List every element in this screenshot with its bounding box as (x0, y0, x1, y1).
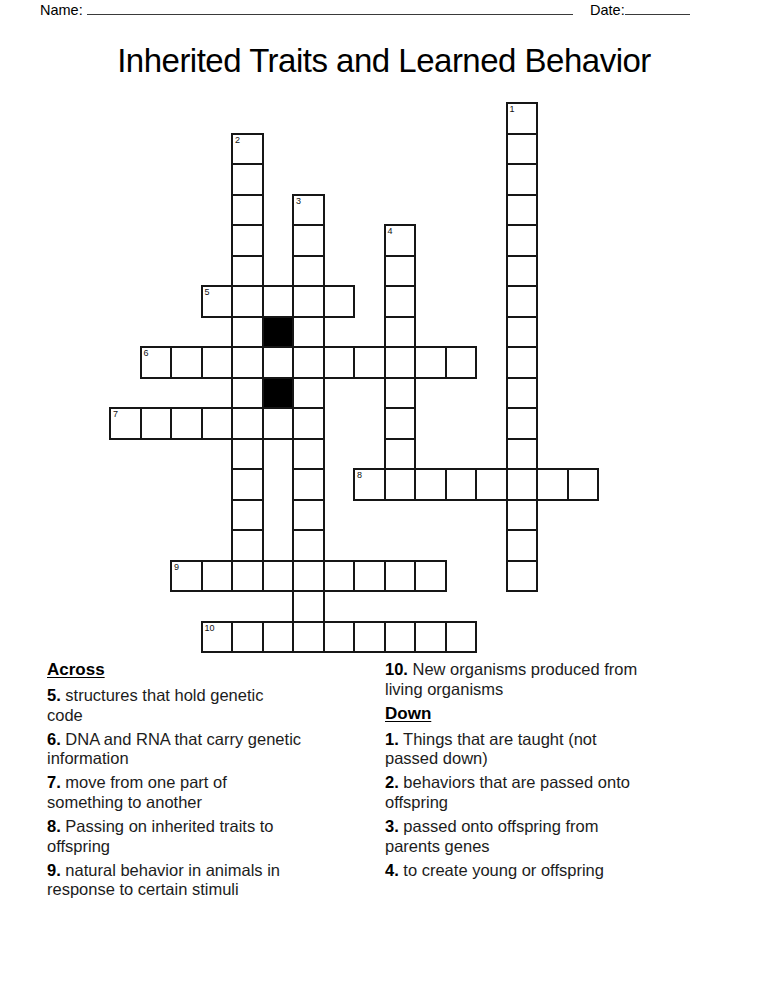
cell-number: 4 (388, 226, 393, 236)
clue-across-10: 10. New organisms produced from living o… (385, 660, 703, 699)
grid-cell[interactable] (262, 560, 295, 593)
grid-cell[interactable] (506, 224, 539, 257)
grid-cell[interactable] (475, 468, 508, 501)
grid-cell[interactable] (384, 438, 417, 471)
down-clues-column: 10. New organisms produced from living o… (385, 660, 703, 885)
clue-number: 4. (385, 861, 399, 879)
grid-cell[interactable] (506, 255, 539, 288)
grid-cell[interactable] (506, 163, 539, 196)
grid-cell[interactable] (506, 316, 539, 349)
grid-cell[interactable] (384, 255, 417, 288)
cell-number: 9 (174, 562, 179, 572)
grid-cell[interactable] (445, 468, 478, 501)
grid-cell[interactable] (506, 468, 539, 501)
grid-cell[interactable] (231, 285, 264, 318)
grid-cell[interactable] (292, 255, 325, 288)
grid-cell[interactable] (231, 499, 264, 532)
grid-cell[interactable] (506, 560, 539, 593)
grid-cell[interactable] (292, 316, 325, 349)
grid-cell[interactable] (231, 468, 264, 501)
clue-number: 7. (47, 773, 61, 791)
grid-cell[interactable] (201, 346, 234, 379)
clue-down-2: 2. behaviors that are passed onto offspr… (385, 773, 703, 812)
name-label: Name: (40, 2, 83, 18)
clue-down-4: 4. to create young or offspring (385, 861, 703, 881)
grid-cell[interactable] (292, 590, 325, 623)
grid-cell[interactable] (506, 133, 539, 166)
grid-cell[interactable] (506, 407, 539, 440)
clue-down-1: 1. Things that are taught (not passed do… (385, 730, 703, 769)
grid-cell[interactable] (384, 377, 417, 410)
cell-number: 10 (205, 623, 215, 633)
clue-number: 1. (385, 730, 399, 748)
grid-cell[interactable] (567, 468, 600, 501)
grid-cell[interactable] (292, 499, 325, 532)
grid-cell[interactable] (506, 346, 539, 379)
grid-cell[interactable] (231, 560, 264, 593)
clue-number: 9. (47, 861, 61, 879)
grid-cell[interactable] (353, 560, 386, 593)
grid-cell[interactable] (201, 407, 234, 440)
grid-cell[interactable] (384, 407, 417, 440)
across-clue-list-continued: 10. New organisms produced from living o… (385, 660, 703, 699)
grid-cell[interactable] (231, 407, 264, 440)
grid-cell[interactable] (414, 621, 447, 654)
cell-number: 2 (235, 135, 240, 145)
clue-number: 5. (47, 686, 61, 704)
grid-cell[interactable]: 2 (231, 133, 264, 166)
grid-cell[interactable] (414, 346, 447, 379)
grid-cell[interactable] (445, 346, 478, 379)
clue-across-8: 8. Passing on inherited traits to offspr… (47, 817, 365, 856)
grid-cell[interactable] (506, 529, 539, 562)
grid-cell[interactable]: 3 (292, 194, 325, 227)
grid-cell[interactable] (414, 468, 447, 501)
grid-cell[interactable] (262, 621, 295, 654)
page-title: Inherited Traits and Learned Behavior (0, 42, 768, 80)
grid-cell[interactable] (323, 346, 356, 379)
grid-cell[interactable] (323, 285, 356, 318)
grid-cell[interactable] (353, 346, 386, 379)
grid-cell[interactable]: 5 (201, 285, 234, 318)
grid-cell[interactable] (170, 346, 203, 379)
grid-cell[interactable] (231, 346, 264, 379)
grid-cell[interactable] (506, 194, 539, 227)
grid-cell[interactable] (231, 438, 264, 471)
grid-cell[interactable] (231, 194, 264, 227)
date-input-line[interactable] (625, 14, 690, 15)
grid-cell[interactable]: 10 (201, 621, 234, 654)
grid-cell[interactable] (292, 285, 325, 318)
grid-cell[interactable] (292, 438, 325, 471)
grid-cell[interactable] (292, 468, 325, 501)
grid-cell[interactable] (231, 316, 264, 349)
grid-cell[interactable] (292, 407, 325, 440)
clue-across-7: 7. move from one part of something to an… (47, 773, 365, 812)
grid-cell[interactable] (170, 407, 203, 440)
clue-down-3: 3. passed onto offspring from parents ge… (385, 817, 703, 856)
cell-number: 3 (296, 196, 301, 206)
grid-cell[interactable] (292, 346, 325, 379)
date-label: Date: (590, 2, 625, 18)
grid-cell[interactable] (201, 560, 234, 593)
grid-cell[interactable]: 7 (109, 407, 142, 440)
grid-cell[interactable]: 9 (170, 560, 203, 593)
clue-across-6: 6. DNA and RNA that carry genetic inform… (47, 730, 365, 769)
grid-cell[interactable] (231, 529, 264, 562)
grid-cell[interactable] (292, 621, 325, 654)
grid-cell[interactable] (384, 316, 417, 349)
blocked-cell (262, 316, 295, 349)
grid-cell[interactable] (384, 621, 417, 654)
grid-cell[interactable] (384, 285, 417, 318)
grid-cell[interactable]: 4 (384, 224, 417, 257)
name-input-line[interactable] (87, 14, 573, 15)
grid-cell[interactable] (231, 255, 264, 288)
clue-number: 6. (47, 730, 61, 748)
grid-cell[interactable] (231, 377, 264, 410)
grid-cell[interactable] (506, 499, 539, 532)
clue-number: 2. (385, 773, 399, 791)
grid-cell[interactable] (445, 621, 478, 654)
grid-cell[interactable]: 6 (140, 346, 173, 379)
grid-cell[interactable] (292, 560, 325, 593)
down-heading: Down (385, 704, 703, 724)
grid-cell[interactable] (323, 560, 356, 593)
clue-across-5: 5. structures that hold genetic code (47, 686, 365, 725)
grid-cell[interactable]: 8 (353, 468, 386, 501)
blocked-cell (262, 377, 295, 410)
clue-across-9: 9. natural behavior in animals in respon… (47, 861, 365, 900)
down-clue-list: 1. Things that are taught (not passed do… (385, 730, 703, 881)
clue-number: 10. (385, 660, 408, 678)
grid-cell[interactable] (292, 529, 325, 562)
grid-cell[interactable] (140, 407, 173, 440)
grid-cell[interactable]: 1 (506, 102, 539, 135)
clue-number: 3. (385, 817, 399, 835)
grid-cell[interactable] (384, 346, 417, 379)
grid-cell[interactable] (353, 621, 386, 654)
cell-number: 6 (144, 348, 149, 358)
cell-number: 1 (510, 104, 515, 114)
grid-cell[interactable] (292, 224, 325, 257)
grid-cell[interactable] (384, 468, 417, 501)
grid-cell[interactable] (292, 377, 325, 410)
cell-number: 8 (357, 470, 362, 480)
grid-cell[interactable] (414, 560, 447, 593)
cell-number: 7 (113, 409, 118, 419)
across-heading: Across (47, 660, 365, 680)
grid-cell[interactable] (262, 285, 295, 318)
cell-number: 5 (205, 287, 210, 297)
crossword-grid: 12345678910 (110, 103, 599, 653)
grid-cell[interactable] (536, 468, 569, 501)
grid-cell[interactable] (262, 346, 295, 379)
grid-cell[interactable] (506, 377, 539, 410)
across-clue-list: 5. structures that hold genetic code6. D… (47, 686, 365, 900)
clue-number: 8. (47, 817, 61, 835)
across-clues-column: Across 5. structures that hold genetic c… (47, 660, 365, 904)
grid-cell[interactable] (231, 621, 264, 654)
grid-cell[interactable] (231, 163, 264, 196)
grid-cell[interactable] (506, 285, 539, 318)
grid-cell[interactable] (384, 560, 417, 593)
grid-cell[interactable] (262, 407, 295, 440)
grid-cell[interactable] (323, 621, 356, 654)
grid-cell[interactable] (506, 438, 539, 471)
grid-cell[interactable] (231, 224, 264, 257)
